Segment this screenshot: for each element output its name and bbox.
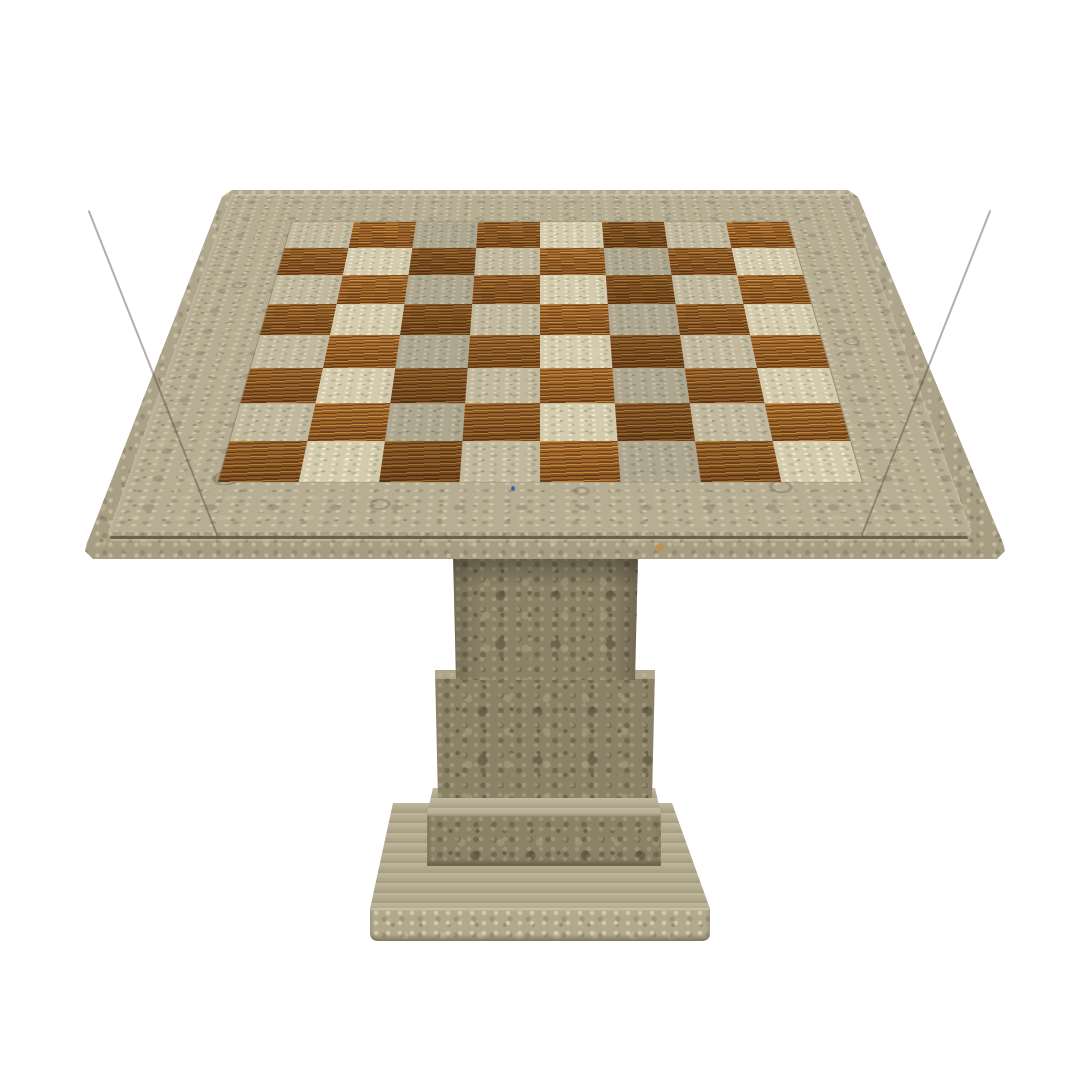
square-e2 bbox=[540, 403, 618, 441]
square-b7 bbox=[343, 248, 413, 275]
square-h4 bbox=[750, 335, 829, 368]
square-h3 bbox=[757, 368, 839, 403]
square-c7 bbox=[409, 248, 477, 275]
square-h2 bbox=[765, 403, 851, 441]
square-d6 bbox=[472, 275, 540, 304]
square-d1 bbox=[460, 441, 540, 482]
square-b1 bbox=[299, 441, 385, 482]
square-c2 bbox=[385, 403, 465, 441]
square-g2 bbox=[690, 403, 773, 441]
square-e5 bbox=[540, 304, 610, 335]
square-f6 bbox=[606, 275, 676, 304]
square-g6 bbox=[671, 275, 743, 304]
board-border bbox=[108, 194, 972, 532]
square-c6 bbox=[404, 275, 474, 304]
pedestal-column-lower bbox=[434, 670, 656, 798]
square-a1 bbox=[218, 441, 307, 482]
square-c3 bbox=[390, 368, 467, 403]
square-h1 bbox=[773, 441, 862, 482]
square-g1 bbox=[695, 441, 781, 482]
square-f2 bbox=[615, 403, 695, 441]
square-f8 bbox=[602, 222, 668, 248]
square-b5 bbox=[330, 304, 404, 335]
square-h6 bbox=[737, 275, 811, 304]
base-step-front-face bbox=[427, 814, 661, 866]
square-e1 bbox=[540, 441, 620, 482]
square-b8 bbox=[349, 222, 416, 248]
square-b3 bbox=[315, 368, 395, 403]
blue-mineral-speck bbox=[511, 486, 515, 491]
square-h8 bbox=[726, 222, 795, 248]
square-d4 bbox=[468, 335, 540, 368]
square-c1 bbox=[379, 441, 462, 482]
square-g5 bbox=[676, 304, 750, 335]
square-f3 bbox=[612, 368, 689, 403]
square-d3 bbox=[465, 368, 540, 403]
square-d7 bbox=[474, 248, 540, 275]
square-c8 bbox=[412, 222, 478, 248]
square-d8 bbox=[476, 222, 540, 248]
square-a4 bbox=[251, 335, 330, 368]
square-e7 bbox=[540, 248, 606, 275]
square-b4 bbox=[323, 335, 400, 368]
square-f1 bbox=[618, 441, 701, 482]
square-g3 bbox=[685, 368, 765, 403]
square-h7 bbox=[731, 248, 803, 275]
square-e4 bbox=[540, 335, 612, 368]
square-a5 bbox=[260, 304, 337, 335]
board-grid bbox=[218, 222, 861, 482]
square-d2 bbox=[462, 403, 540, 441]
square-a7 bbox=[277, 248, 349, 275]
square-e3 bbox=[540, 368, 615, 403]
square-g7 bbox=[668, 248, 738, 275]
square-g4 bbox=[680, 335, 757, 368]
chess-table-photo bbox=[0, 0, 1080, 1080]
square-a2 bbox=[230, 403, 316, 441]
square-d5 bbox=[470, 304, 540, 335]
edge-groove-front bbox=[110, 536, 968, 539]
square-f5 bbox=[608, 304, 680, 335]
square-h5 bbox=[743, 304, 820, 335]
square-g8 bbox=[664, 222, 731, 248]
square-a6 bbox=[269, 275, 343, 304]
orange-fossil-pebble bbox=[655, 544, 664, 551]
square-a3 bbox=[241, 368, 323, 403]
pedestal-column-upper bbox=[452, 554, 639, 680]
square-f4 bbox=[610, 335, 685, 368]
base-slab-front-face bbox=[370, 908, 710, 941]
square-a8 bbox=[285, 222, 354, 248]
square-e8 bbox=[540, 222, 604, 248]
square-b6 bbox=[337, 275, 409, 304]
chess-board bbox=[108, 194, 972, 532]
square-e6 bbox=[540, 275, 608, 304]
square-f7 bbox=[604, 248, 672, 275]
square-b2 bbox=[307, 403, 390, 441]
square-c5 bbox=[400, 304, 472, 335]
square-c4 bbox=[395, 335, 470, 368]
